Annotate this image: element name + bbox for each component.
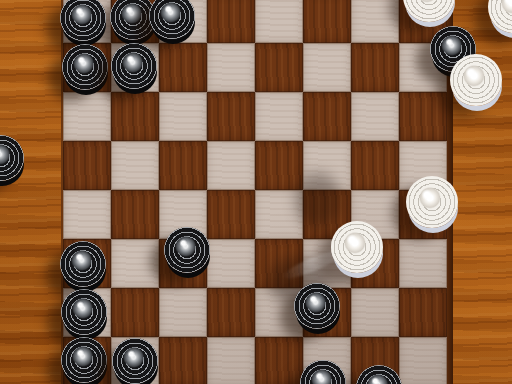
square-r0c6[interactable] <box>351 0 399 43</box>
black-piece-r7c0[interactable] <box>61 337 107 383</box>
square-r1c3[interactable] <box>207 43 255 92</box>
square-r6c7[interactable] <box>399 288 447 337</box>
square-r4c4[interactable] <box>255 190 303 239</box>
square-r2c1[interactable] <box>111 92 159 141</box>
square-r2c0[interactable] <box>63 92 111 141</box>
white-piece[interactable] <box>450 54 502 106</box>
square-r6c3[interactable] <box>207 288 255 337</box>
square-r4c0[interactable] <box>63 190 111 239</box>
square-r2c4[interactable] <box>255 92 303 141</box>
square-r2c2[interactable] <box>159 92 207 141</box>
black-piece-r5c0[interactable] <box>60 241 106 287</box>
square-r2c5[interactable] <box>303 92 351 141</box>
square-r4c1[interactable] <box>111 190 159 239</box>
square-r3c2[interactable] <box>159 141 207 190</box>
square-r5c3[interactable] <box>207 239 255 288</box>
square-r3c5[interactable] <box>303 141 351 190</box>
square-r3c3[interactable] <box>207 141 255 190</box>
square-r1c2[interactable] <box>159 43 207 92</box>
square-r2c3[interactable] <box>207 92 255 141</box>
square-r2c7[interactable] <box>399 92 447 141</box>
square-r2c6[interactable] <box>351 92 399 141</box>
square-r1c6[interactable] <box>351 43 399 92</box>
square-r0c3[interactable] <box>207 0 255 43</box>
black-piece-r1c1[interactable] <box>111 43 157 89</box>
square-r7c4[interactable] <box>255 337 303 384</box>
checkers-board-scene <box>0 0 512 384</box>
square-r5c1[interactable] <box>111 239 159 288</box>
black-piece[interactable] <box>0 135 24 181</box>
black-piece-r5c2[interactable] <box>164 227 210 273</box>
square-r7c2[interactable] <box>159 337 207 384</box>
square-r3c6[interactable] <box>351 141 399 190</box>
square-r3c4[interactable] <box>255 141 303 190</box>
white-piece[interactable] <box>488 0 512 33</box>
square-r7c3[interactable] <box>207 337 255 384</box>
square-r3c0[interactable] <box>63 141 111 190</box>
white-piece-r4c7[interactable] <box>406 176 458 228</box>
black-piece-r6c5[interactable] <box>294 283 340 329</box>
black-piece-r7c1[interactable] <box>112 338 158 384</box>
square-r3c1[interactable] <box>111 141 159 190</box>
square-r6c6[interactable] <box>351 288 399 337</box>
square-r6c2[interactable] <box>159 288 207 337</box>
square-r0c4[interactable] <box>255 0 303 43</box>
square-r6c1[interactable] <box>111 288 159 337</box>
square-r0c5[interactable] <box>303 0 351 43</box>
square-r1c5[interactable] <box>303 43 351 92</box>
square-r1c4[interactable] <box>255 43 303 92</box>
square-r5c4[interactable] <box>255 239 303 288</box>
square-r5c7[interactable] <box>399 239 447 288</box>
black-piece-r1c0[interactable] <box>62 44 108 90</box>
square-r4c3[interactable] <box>207 190 255 239</box>
white-piece-r5c6[interactable] <box>331 221 383 273</box>
square-r7c7[interactable] <box>399 337 447 384</box>
black-piece-r6c0[interactable] <box>61 289 107 335</box>
